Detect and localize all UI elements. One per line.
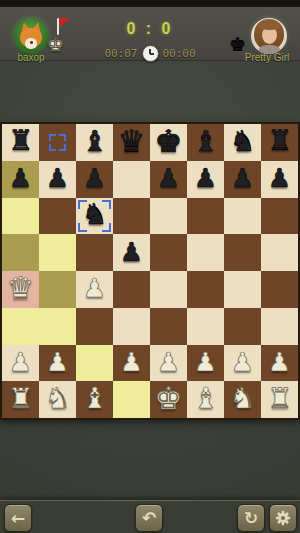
piece-white-knight[interactable]: ♞ (45, 384, 71, 413)
square-h5[interactable] (261, 234, 298, 271)
square-c5[interactable] (76, 234, 113, 271)
square-c4[interactable]: ♟ (76, 271, 113, 308)
piece-black-bishop[interactable]: ♝ (193, 127, 219, 156)
piece-white-pawn[interactable]: ♟ (83, 275, 106, 301)
piece-black-pawn[interactable]: ♟ (9, 165, 32, 191)
undo-arrow-icon: ↶ (142, 508, 156, 528)
square-g3[interactable] (224, 308, 261, 345)
piece-black-king[interactable]: ♚ (155, 126, 183, 157)
undo-button[interactable]: ↶ (135, 504, 163, 532)
square-e5[interactable] (150, 234, 187, 271)
square-f8[interactable]: ♝ (187, 124, 224, 161)
square-g6[interactable] (224, 198, 261, 235)
square-g8[interactable]: ♞ (224, 124, 261, 161)
piece-black-pawn[interactable]: ♟ (46, 165, 69, 191)
piece-white-bishop[interactable]: ♝ (82, 384, 108, 413)
square-e1[interactable]: ♚ (150, 381, 187, 418)
square-g7[interactable]: ♟ (224, 161, 261, 198)
square-a1[interactable]: ♜ (2, 381, 39, 418)
chess-app-screen: ♚ baxop 0 : 0 00:07 00:00 ♚ Pretty Girl … (0, 0, 300, 533)
square-g1[interactable]: ♞ (224, 381, 261, 418)
piece-white-pawn[interactable]: ♟ (9, 349, 32, 375)
white-player-avatar[interactable] (13, 18, 49, 54)
score-display: 0 : 0 (100, 20, 200, 38)
piece-black-bishop[interactable]: ♝ (82, 127, 108, 156)
piece-white-pawn[interactable]: ♟ (231, 349, 254, 375)
square-b3[interactable] (39, 308, 76, 345)
square-h6[interactable] (261, 198, 298, 235)
piece-black-pawn[interactable]: ♟ (83, 165, 106, 191)
square-h4[interactable] (261, 271, 298, 308)
square-c1[interactable]: ♝ (76, 381, 113, 418)
square-d2[interactable]: ♟ (113, 345, 150, 382)
black-king-icon: ♚ (229, 34, 246, 54)
square-b2[interactable]: ♟ (39, 345, 76, 382)
black-player-name: Pretty Girl (234, 52, 300, 63)
square-d6[interactable] (113, 198, 150, 235)
rotate-icon: ↻ (244, 508, 258, 528)
black-player-avatar[interactable] (251, 18, 287, 54)
last-move-from-marker (49, 134, 66, 151)
back-button[interactable]: ← (4, 504, 32, 532)
piece-black-rook[interactable]: ♜ (8, 127, 33, 155)
square-a6[interactable] (2, 198, 39, 235)
rotate-board-button[interactable]: ↻ (237, 504, 265, 532)
white-king-icon: ♚ (47, 34, 64, 54)
bracket-corner (59, 144, 66, 151)
square-b8[interactable] (39, 124, 76, 161)
square-e2[interactable]: ♟ (150, 345, 187, 382)
square-e3[interactable] (150, 308, 187, 345)
square-a2[interactable]: ♟ (2, 345, 39, 382)
square-c7[interactable]: ♟ (76, 161, 113, 198)
piece-black-pawn[interactable]: ♟ (120, 239, 143, 265)
square-h3[interactable] (261, 308, 298, 345)
timers-row: 00:07 00:00 (75, 45, 225, 62)
square-c2[interactable] (76, 345, 113, 382)
square-h7[interactable]: ♟ (261, 161, 298, 198)
piece-white-queen[interactable]: ♛ (7, 273, 35, 304)
white-player-name: baxop (0, 52, 62, 63)
square-a4[interactable]: ♛ (2, 271, 39, 308)
square-g5[interactable] (224, 234, 261, 271)
square-d8[interactable]: ♛ (113, 124, 150, 161)
square-f7[interactable]: ♟ (187, 161, 224, 198)
square-e8[interactable]: ♚ (150, 124, 187, 161)
square-d3[interactable] (113, 308, 150, 345)
square-b1[interactable]: ♞ (39, 381, 76, 418)
square-e7[interactable]: ♟ (150, 161, 187, 198)
square-c6[interactable]: ♞ (76, 198, 113, 235)
square-e4[interactable] (150, 271, 187, 308)
square-c3[interactable] (76, 308, 113, 345)
piece-black-queen[interactable]: ♛ (118, 126, 146, 157)
piece-black-pawn[interactable]: ♟ (231, 165, 254, 191)
square-f4[interactable] (187, 271, 224, 308)
square-f3[interactable] (187, 308, 224, 345)
black-timer: 00:00 (163, 47, 196, 60)
square-e6[interactable] (150, 198, 187, 235)
bracket-corner (59, 134, 66, 141)
square-f2[interactable]: ♟ (187, 345, 224, 382)
piece-white-pawn[interactable]: ♟ (120, 349, 143, 375)
square-c8[interactable]: ♝ (76, 124, 113, 161)
clock-icon (142, 45, 159, 62)
top-bar: ♚ baxop 0 : 0 00:07 00:00 ♚ Pretty Girl (0, 7, 300, 61)
piece-white-bishop[interactable]: ♝ (193, 384, 219, 413)
square-d7[interactable] (113, 161, 150, 198)
square-d5[interactable]: ♟ (113, 234, 150, 271)
white-timer: 00:07 (104, 47, 137, 60)
square-b5[interactable] (39, 234, 76, 271)
piece-black-pawn[interactable]: ♟ (268, 165, 291, 191)
settings-button[interactable] (269, 504, 297, 532)
piece-black-rook[interactable]: ♜ (267, 127, 292, 155)
square-a8[interactable]: ♜ (2, 124, 39, 161)
piece-white-knight[interactable]: ♞ (230, 384, 256, 413)
square-f6[interactable] (187, 198, 224, 235)
piece-black-knight[interactable]: ♞ (82, 200, 108, 229)
square-h1[interactable]: ♜ (261, 381, 298, 418)
piece-white-pawn[interactable]: ♟ (157, 349, 180, 375)
piece-black-knight[interactable]: ♞ (230, 127, 256, 156)
square-a5[interactable] (2, 234, 39, 271)
back-arrow-icon: ← (11, 508, 25, 528)
piece-white-rook[interactable]: ♜ (8, 385, 33, 413)
square-f1[interactable]: ♝ (187, 381, 224, 418)
square-g4[interactable] (224, 271, 261, 308)
piece-black-pawn[interactable]: ♟ (157, 165, 180, 191)
piece-white-pawn[interactable]: ♟ (46, 349, 69, 375)
piece-white-king[interactable]: ♚ (155, 383, 183, 414)
gear-icon (275, 510, 291, 526)
square-a7[interactable]: ♟ (2, 161, 39, 198)
square-b4[interactable] (39, 271, 76, 308)
piece-white-rook[interactable]: ♜ (267, 385, 292, 413)
chess-board: ♜♝♛♚♝♞♜♟♟♟♟♟♟♟♞♟♛♟♟♟♟♟♟♟♟♜♞♝♚♝♞♜ (0, 122, 300, 420)
square-a3[interactable] (2, 308, 39, 345)
square-f5[interactable] (187, 234, 224, 271)
bracket-corner (49, 144, 56, 151)
piece-black-pawn[interactable]: ♟ (194, 165, 217, 191)
bracket-corner (49, 134, 56, 141)
piece-white-pawn[interactable]: ♟ (194, 349, 217, 375)
status-bar (0, 0, 300, 7)
square-h8[interactable]: ♜ (261, 124, 298, 161)
square-g2[interactable]: ♟ (224, 345, 261, 382)
bottom-toolbar: ← ↶ ↻ (0, 500, 300, 533)
square-b6[interactable] (39, 198, 76, 235)
square-h2[interactable]: ♟ (261, 345, 298, 382)
square-d4[interactable] (113, 271, 150, 308)
square-b7[interactable]: ♟ (39, 161, 76, 198)
square-d1[interactable] (113, 381, 150, 418)
piece-white-pawn[interactable]: ♟ (268, 349, 291, 375)
